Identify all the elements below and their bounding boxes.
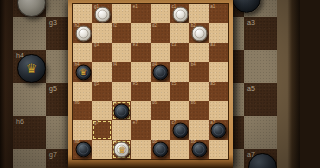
square-g4[interactable]: [92, 62, 111, 81]
piece-white-man-h2[interactable]: [75, 26, 91, 42]
square-label-g5: g5: [94, 82, 99, 87]
square-b4[interactable]: b4: [189, 62, 208, 81]
square-h1[interactable]: [73, 4, 92, 23]
square-f3[interactable]: [112, 43, 131, 62]
square-d3[interactable]: [151, 43, 170, 62]
square-g5[interactable]: g5: [92, 82, 111, 101]
square-a7[interactable]: a7: [209, 120, 228, 139]
square-f6[interactable]: f6: [112, 101, 131, 120]
square-label-g3: g3: [94, 43, 99, 48]
piece-black-man-h8[interactable]: [75, 142, 91, 158]
piece-black-man-b8[interactable]: [191, 142, 207, 158]
square-e3[interactable]: e3: [131, 43, 150, 62]
square-label-a5: a5: [210, 82, 215, 87]
square-label-e5: e5: [133, 82, 138, 87]
square-label-h6: h6: [75, 101, 80, 106]
square-b6[interactable]: b6: [189, 101, 208, 120]
main-board: g1e1c1a1h2f2d2b2g3e3c3a3h4♛f4d4b4g5e5c5a…: [68, 0, 233, 168]
square-e7[interactable]: e7: [131, 120, 150, 139]
square-c2[interactable]: [170, 23, 189, 42]
square-d6[interactable]: d6: [151, 101, 170, 120]
square-d5[interactable]: [151, 82, 170, 101]
square-a2[interactable]: [209, 23, 228, 42]
piece-black-king-h4[interactable]: ♛: [75, 64, 91, 80]
square-b5[interactable]: [189, 82, 208, 101]
square-a4[interactable]: [209, 62, 228, 81]
square-h6[interactable]: h6: [73, 101, 92, 120]
square-h4[interactable]: h4♛: [73, 62, 92, 81]
square-f8[interactable]: f8♛: [112, 140, 131, 159]
square-d7[interactable]: [151, 120, 170, 139]
square-f4[interactable]: f4: [112, 62, 131, 81]
square-label-d6: d6: [152, 101, 157, 106]
square-e4[interactable]: [131, 62, 150, 81]
square-label-e7: e7: [133, 121, 138, 126]
board-grid: g1e1c1a1h2f2d2b2g3e3c3a3h4♛f4d4b4g5e5c5a…: [72, 3, 229, 160]
square-b2[interactable]: b2: [189, 23, 208, 42]
square-label-d2: d2: [152, 24, 157, 29]
square-label-f4: f4: [113, 63, 117, 68]
square-g6[interactable]: [92, 101, 111, 120]
square-c1[interactable]: c1: [170, 4, 189, 23]
square-b1[interactable]: [189, 4, 208, 23]
square-label-c3: c3: [171, 43, 176, 48]
square-h2[interactable]: h2: [73, 23, 92, 42]
square-a3[interactable]: a3: [209, 43, 228, 62]
square-label-c5: c5: [171, 82, 176, 87]
square-label-g7: g7: [94, 121, 99, 126]
square-label-a1: a1: [210, 5, 215, 10]
piece-white-king-f8[interactable]: ♛: [114, 142, 130, 158]
king-crown-icon: ♛: [115, 143, 129, 157]
square-label-b4: b4: [191, 63, 196, 68]
piece-black-man-d8[interactable]: [153, 142, 169, 158]
square-b7[interactable]: [189, 120, 208, 139]
square-g7[interactable]: g7: [92, 120, 111, 139]
square-label-e1: e1: [133, 5, 138, 10]
square-f2[interactable]: f2: [112, 23, 131, 42]
square-g3[interactable]: g3: [92, 43, 111, 62]
square-e5[interactable]: e5: [131, 82, 150, 101]
square-f5[interactable]: [112, 82, 131, 101]
square-g1[interactable]: g1: [92, 4, 111, 23]
square-label-a3: a3: [210, 43, 215, 48]
square-c7[interactable]: c7: [170, 120, 189, 139]
square-label-f2: f2: [113, 24, 117, 29]
square-a6[interactable]: [209, 101, 228, 120]
square-h7[interactable]: [73, 120, 92, 139]
square-d1[interactable]: [151, 4, 170, 23]
square-c8[interactable]: [170, 140, 189, 159]
square-h8[interactable]: h8: [73, 140, 92, 159]
square-a8[interactable]: [209, 140, 228, 159]
square-a1[interactable]: a1: [209, 4, 228, 23]
square-g8[interactable]: [92, 140, 111, 159]
square-label-b6: b6: [191, 101, 196, 106]
square-f1[interactable]: [112, 4, 131, 23]
square-d8[interactable]: d8: [151, 140, 170, 159]
square-e6[interactable]: [131, 101, 150, 120]
piece-white-man-b2[interactable]: [191, 26, 207, 42]
square-g2[interactable]: [92, 23, 111, 42]
square-e2[interactable]: [131, 23, 150, 42]
square-c3[interactable]: c3: [170, 43, 189, 62]
square-h3[interactable]: [73, 43, 92, 62]
square-e8[interactable]: [131, 140, 150, 159]
square-b8[interactable]: b8: [189, 140, 208, 159]
square-c6[interactable]: [170, 101, 189, 120]
piece-black-man-c7[interactable]: [172, 122, 188, 138]
piece-white-man-g1[interactable]: [95, 6, 111, 22]
square-a5[interactable]: a5: [209, 82, 228, 101]
piece-black-man-a7[interactable]: [211, 122, 227, 138]
square-d4[interactable]: d4: [151, 62, 170, 81]
square-label-e3: e3: [133, 43, 138, 48]
square-d2[interactable]: d2: [151, 23, 170, 42]
piece-black-man-d4[interactable]: [153, 64, 169, 80]
square-c5[interactable]: c5: [170, 82, 189, 101]
king-crown-icon: ♛: [76, 65, 90, 79]
square-c4[interactable]: [170, 62, 189, 81]
square-b3[interactable]: [189, 43, 208, 62]
square-f7[interactable]: [112, 120, 131, 139]
piece-white-man-c1[interactable]: [172, 6, 188, 22]
piece-black-man-f6[interactable]: [114, 103, 130, 119]
square-h5[interactable]: [73, 82, 92, 101]
square-e1[interactable]: e1: [131, 4, 150, 23]
